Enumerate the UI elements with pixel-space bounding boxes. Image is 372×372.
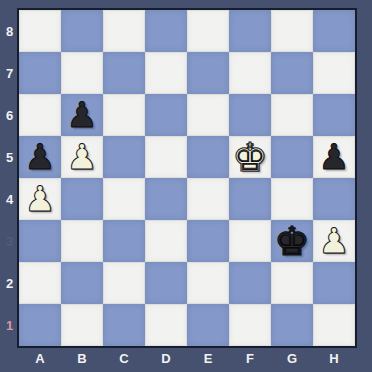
square-h4[interactable] — [313, 178, 355, 220]
square-f7[interactable] — [229, 52, 271, 94]
square-b7[interactable] — [61, 52, 103, 94]
square-d3[interactable] — [145, 220, 187, 262]
square-c6[interactable] — [103, 94, 145, 136]
square-g5[interactable] — [271, 136, 313, 178]
square-h5[interactable]: ♟ — [313, 136, 355, 178]
file-label-c: C — [103, 347, 145, 370]
file-label-e: E — [187, 347, 229, 370]
square-d7[interactable] — [145, 52, 187, 94]
square-e8[interactable] — [187, 10, 229, 52]
file-label-a: A — [19, 347, 61, 370]
square-h3[interactable]: ♟ — [313, 220, 355, 262]
square-c4[interactable] — [103, 178, 145, 220]
square-e3[interactable] — [187, 220, 229, 262]
file-labels: ABCDEFGH — [19, 347, 355, 370]
square-d5[interactable] — [145, 136, 187, 178]
piece-white-pawn: ♟ — [318, 224, 349, 259]
square-d1[interactable] — [145, 304, 187, 346]
rank-label-3: 3 — [0, 220, 19, 262]
piece-black-pawn: ♟ — [318, 140, 349, 175]
rank-labels: 87654321 — [0, 10, 19, 346]
square-e5[interactable] — [187, 136, 229, 178]
square-b2[interactable] — [61, 262, 103, 304]
square-a7[interactable] — [19, 52, 61, 94]
square-h8[interactable] — [313, 10, 355, 52]
square-f8[interactable] — [229, 10, 271, 52]
square-c2[interactable] — [103, 262, 145, 304]
square-a8[interactable] — [19, 10, 61, 52]
square-g3[interactable]: ♚ — [271, 220, 313, 262]
square-h2[interactable] — [313, 262, 355, 304]
square-e7[interactable] — [187, 52, 229, 94]
square-d6[interactable] — [145, 94, 187, 136]
rank-label-1: 1 — [0, 304, 19, 346]
rank-label-5: 5 — [0, 136, 19, 178]
square-a1[interactable] — [19, 304, 61, 346]
square-b8[interactable] — [61, 10, 103, 52]
file-label-g: G — [271, 347, 313, 370]
file-label-f: F — [229, 347, 271, 370]
square-d2[interactable] — [145, 262, 187, 304]
piece-white-pawn: ♟ — [24, 182, 55, 217]
rank-label-8: 8 — [0, 10, 19, 52]
square-e6[interactable] — [187, 94, 229, 136]
square-b1[interactable] — [61, 304, 103, 346]
square-c5[interactable] — [103, 136, 145, 178]
piece-white-king: ♚ — [232, 137, 268, 177]
square-c7[interactable] — [103, 52, 145, 94]
square-d4[interactable] — [145, 178, 187, 220]
square-b3[interactable] — [61, 220, 103, 262]
rank-label-7: 7 — [0, 52, 19, 94]
square-c1[interactable] — [103, 304, 145, 346]
square-g1[interactable] — [271, 304, 313, 346]
piece-black-pawn: ♟ — [66, 98, 97, 133]
square-c8[interactable] — [103, 10, 145, 52]
square-b5[interactable]: ♟ — [61, 136, 103, 178]
square-a5[interactable]: ♟ — [19, 136, 61, 178]
square-g2[interactable] — [271, 262, 313, 304]
square-h1[interactable] — [313, 304, 355, 346]
square-b4[interactable] — [61, 178, 103, 220]
file-label-h: H — [313, 347, 355, 370]
square-g6[interactable] — [271, 94, 313, 136]
piece-black-pawn: ♟ — [24, 140, 55, 175]
chess-board: ♟♟♟♚♟♟♚♟ — [19, 10, 355, 346]
file-label-b: B — [61, 347, 103, 370]
file-label-d: D — [145, 347, 187, 370]
rank-label-4: 4 — [0, 178, 19, 220]
piece-black-king: ♚ — [274, 221, 310, 261]
square-f3[interactable] — [229, 220, 271, 262]
piece-white-pawn: ♟ — [66, 140, 97, 175]
square-g7[interactable] — [271, 52, 313, 94]
square-d8[interactable] — [145, 10, 187, 52]
square-c3[interactable] — [103, 220, 145, 262]
square-h6[interactable] — [313, 94, 355, 136]
square-e1[interactable] — [187, 304, 229, 346]
square-f2[interactable] — [229, 262, 271, 304]
square-a3[interactable] — [19, 220, 61, 262]
square-f4[interactable] — [229, 178, 271, 220]
square-g8[interactable] — [271, 10, 313, 52]
square-e2[interactable] — [187, 262, 229, 304]
square-a4[interactable]: ♟ — [19, 178, 61, 220]
square-e4[interactable] — [187, 178, 229, 220]
square-a6[interactable] — [19, 94, 61, 136]
square-f6[interactable] — [229, 94, 271, 136]
square-h7[interactable] — [313, 52, 355, 94]
square-f5[interactable]: ♚ — [229, 136, 271, 178]
square-a2[interactable] — [19, 262, 61, 304]
square-g4[interactable] — [271, 178, 313, 220]
rank-label-6: 6 — [0, 94, 19, 136]
square-b6[interactable]: ♟ — [61, 94, 103, 136]
square-f1[interactable] — [229, 304, 271, 346]
chess-diagram: 87654321 ♟♟♟♚♟♟♚♟ ABCDEFGH — [0, 0, 372, 372]
rank-label-2: 2 — [0, 262, 19, 304]
